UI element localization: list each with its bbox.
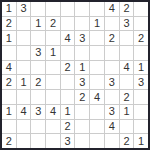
- clue-cell-r5c5: 2: [61, 61, 75, 75]
- empty-cell-r2c10[interactable]: [134, 17, 148, 31]
- empty-cell-r1c4[interactable]: [46, 2, 60, 16]
- clue-cell-r6c10: 3: [134, 75, 148, 89]
- empty-cell-r8c7[interactable]: [90, 105, 104, 119]
- clue-cell-r6c3: 2: [31, 75, 45, 89]
- clue-cell-r8c2: 4: [17, 105, 31, 119]
- empty-cell-r4c2[interactable]: [17, 46, 31, 60]
- clue-cell-r1c1: 1: [2, 2, 16, 16]
- empty-cell-r9c9[interactable]: [120, 120, 134, 134]
- clue-cell-r6c1: 2: [2, 75, 16, 89]
- clue-cell-r5c6: 1: [75, 61, 89, 75]
- empty-cell-r10c6[interactable]: [75, 134, 89, 148]
- minesweeper-board: 1342212131432231421412123332421434131242…: [0, 0, 150, 150]
- empty-cell-r9c7[interactable]: [90, 120, 104, 134]
- empty-cell-r3c3[interactable]: [31, 31, 45, 45]
- empty-cell-r4c8[interactable]: [105, 46, 119, 60]
- empty-cell-r4c9[interactable]: [120, 46, 134, 60]
- empty-cell-r6c7[interactable]: [90, 75, 104, 89]
- empty-cell-r1c7[interactable]: [90, 2, 104, 16]
- empty-cell-r2c8[interactable]: [105, 17, 119, 31]
- clue-cell-r3c6: 3: [75, 31, 89, 45]
- empty-cell-r3c2[interactable]: [17, 31, 31, 45]
- empty-cell-r6c9[interactable]: [120, 75, 134, 89]
- empty-cell-r10c2[interactable]: [17, 134, 31, 148]
- empty-cell-r3c4[interactable]: [46, 31, 60, 45]
- empty-cell-r8c6[interactable]: [75, 105, 89, 119]
- clue-cell-r8c9: 1: [120, 105, 134, 119]
- empty-cell-r7c1[interactable]: [2, 90, 16, 104]
- clue-cell-r10c10: 1: [134, 134, 148, 148]
- clue-cell-r8c3: 3: [31, 105, 45, 119]
- clue-cell-r7c6: 2: [75, 90, 89, 104]
- clue-cell-r1c8: 4: [105, 2, 119, 16]
- clue-cell-r8c1: 1: [2, 105, 16, 119]
- empty-cell-r4c5[interactable]: [61, 46, 75, 60]
- empty-cell-r7c4[interactable]: [46, 90, 60, 104]
- clue-cell-r2c4: 2: [46, 17, 60, 31]
- clue-cell-r2c7: 1: [90, 17, 104, 31]
- empty-cell-r1c5[interactable]: [61, 2, 75, 16]
- empty-cell-r5c7[interactable]: [90, 61, 104, 75]
- empty-cell-r9c1[interactable]: [2, 120, 16, 134]
- clue-cell-r4c4: 1: [46, 46, 60, 60]
- clue-cell-r8c5: 1: [61, 105, 75, 119]
- clue-cell-r6c2: 1: [17, 75, 31, 89]
- clue-cell-r7c7: 4: [90, 90, 104, 104]
- clue-cell-r1c9: 2: [120, 2, 134, 16]
- clue-cell-r10c9: 2: [120, 134, 134, 148]
- empty-cell-r7c8[interactable]: [105, 90, 119, 104]
- clue-cell-r9c5: 2: [61, 120, 75, 134]
- empty-cell-r10c3[interactable]: [31, 134, 45, 148]
- empty-cell-r1c6[interactable]: [75, 2, 89, 16]
- empty-cell-r9c4[interactable]: [46, 120, 60, 134]
- empty-cell-r7c5[interactable]: [61, 90, 75, 104]
- empty-cell-r5c3[interactable]: [31, 61, 45, 75]
- clue-cell-r4c3: 3: [31, 46, 45, 60]
- empty-cell-r9c6[interactable]: [75, 120, 89, 134]
- empty-cell-r6c4[interactable]: [46, 75, 60, 89]
- empty-cell-r1c10[interactable]: [134, 2, 148, 16]
- empty-cell-r4c10[interactable]: [134, 46, 148, 60]
- empty-cell-r8c10[interactable]: [134, 105, 148, 119]
- clue-cell-r5c10: 1: [134, 61, 148, 75]
- empty-cell-r5c4[interactable]: [46, 61, 60, 75]
- empty-cell-r5c8[interactable]: [105, 61, 119, 75]
- clue-cell-r8c8: 3: [105, 105, 119, 119]
- clue-cell-r5c9: 4: [120, 61, 134, 75]
- clue-cell-r2c1: 2: [2, 17, 16, 31]
- empty-cell-r2c5[interactable]: [61, 17, 75, 31]
- empty-cell-r10c8[interactable]: [105, 134, 119, 148]
- empty-cell-r2c6[interactable]: [75, 17, 89, 31]
- empty-cell-r10c4[interactable]: [46, 134, 60, 148]
- clue-cell-r6c6: 3: [75, 75, 89, 89]
- empty-cell-r4c6[interactable]: [75, 46, 89, 60]
- empty-cell-r4c7[interactable]: [90, 46, 104, 60]
- empty-cell-r9c10[interactable]: [134, 120, 148, 134]
- empty-cell-r7c3[interactable]: [31, 90, 45, 104]
- empty-cell-r9c2[interactable]: [17, 120, 31, 134]
- clue-cell-r10c1: 2: [2, 134, 16, 148]
- empty-cell-r4c1[interactable]: [2, 46, 16, 60]
- empty-cell-r3c7[interactable]: [90, 31, 104, 45]
- empty-cell-r9c3[interactable]: [31, 120, 45, 134]
- empty-cell-r2c2[interactable]: [17, 17, 31, 31]
- clue-cell-r1c2: 3: [17, 2, 31, 16]
- empty-cell-r1c3[interactable]: [31, 2, 45, 16]
- clue-cell-r8c4: 4: [46, 105, 60, 119]
- clue-cell-r3c1: 1: [2, 31, 16, 45]
- empty-cell-r10c7[interactable]: [90, 134, 104, 148]
- empty-cell-r3c9[interactable]: [120, 31, 134, 45]
- clue-cell-r6c8: 3: [105, 75, 119, 89]
- clue-cell-r3c5: 4: [61, 31, 75, 45]
- empty-cell-r7c10[interactable]: [134, 90, 148, 104]
- clue-cell-r9c8: 4: [105, 120, 119, 134]
- clue-cell-r10c5: 3: [61, 134, 75, 148]
- clue-cell-r3c8: 2: [105, 31, 119, 45]
- empty-cell-r7c2[interactable]: [17, 90, 31, 104]
- empty-cell-r5c2[interactable]: [17, 61, 31, 75]
- clue-cell-r7c9: 2: [120, 90, 134, 104]
- clue-cell-r2c3: 1: [31, 17, 45, 31]
- clue-cell-r2c9: 3: [120, 17, 134, 31]
- empty-cell-r6c5[interactable]: [61, 75, 75, 89]
- clue-cell-r3c10: 2: [134, 31, 148, 45]
- clue-cell-r5c1: 4: [2, 61, 16, 75]
